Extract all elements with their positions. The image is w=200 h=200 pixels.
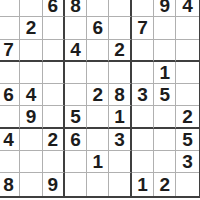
cell-r1c4: 8 xyxy=(65,0,87,17)
cell-r1c7[interactable] xyxy=(132,0,154,17)
cell-r6c6: 1 xyxy=(109,106,131,128)
cell-r7c3: 2 xyxy=(43,129,65,151)
cell-r6c3[interactable] xyxy=(43,106,65,128)
cell-r3c7[interactable] xyxy=(132,40,154,62)
cell-r4c9[interactable] xyxy=(176,62,198,84)
cell-r3c2[interactable] xyxy=(20,40,42,62)
cell-r8c5: 1 xyxy=(87,151,109,173)
cell-r1c5[interactable] xyxy=(87,0,109,17)
cell-r4c1[interactable] xyxy=(0,62,20,84)
cell-r1c2[interactable] xyxy=(20,0,42,17)
cell-r5c2: 4 xyxy=(20,84,42,106)
cell-r6c1[interactable] xyxy=(0,106,20,128)
cell-r9c8: 2 xyxy=(154,173,176,195)
cell-r1c3: 6 xyxy=(43,0,65,17)
cell-r7c7[interactable] xyxy=(132,129,154,151)
cell-r2c7: 7 xyxy=(132,17,154,39)
cell-r8c7[interactable] xyxy=(132,151,154,173)
cell-r8c8[interactable] xyxy=(154,151,176,173)
cell-r5c1: 6 xyxy=(0,84,20,106)
cell-r2c2: 2 xyxy=(20,17,42,39)
cell-r2c6[interactable] xyxy=(109,17,131,39)
cell-r3c8[interactable] xyxy=(154,40,176,62)
cell-r8c1[interactable] xyxy=(0,151,20,173)
cell-r4c7[interactable] xyxy=(132,62,154,84)
cell-r7c9: 5 xyxy=(176,129,198,151)
cell-r2c5: 6 xyxy=(87,17,109,39)
cell-r1c8: 9 xyxy=(154,0,176,17)
cell-r5c5: 2 xyxy=(87,84,109,106)
cell-r8c4[interactable] xyxy=(65,151,87,173)
cell-r1c1[interactable] xyxy=(0,0,20,17)
cell-r3c3[interactable] xyxy=(43,40,65,62)
sudoku-board: 68942677421642835951242635138912 xyxy=(0,0,200,198)
cell-r1c9: 4 xyxy=(176,0,198,17)
cell-r4c2[interactable] xyxy=(20,62,42,84)
cell-r3c6: 2 xyxy=(109,40,131,62)
cell-r5c8: 5 xyxy=(154,84,176,106)
cell-r2c1[interactable] xyxy=(0,17,20,39)
cell-r8c3[interactable] xyxy=(43,151,65,173)
cell-r4c8: 1 xyxy=(154,62,176,84)
cell-r4c3[interactable] xyxy=(43,62,65,84)
cell-r2c3[interactable] xyxy=(43,17,65,39)
cell-r3c4: 4 xyxy=(65,40,87,62)
cell-r7c8[interactable] xyxy=(154,129,176,151)
sudoku-screenshot: 68942677421642835951242635138912 xyxy=(0,0,200,200)
cell-r3c9[interactable] xyxy=(176,40,198,62)
cell-r7c2[interactable] xyxy=(20,129,42,151)
cell-r9c7: 1 xyxy=(132,173,154,195)
cell-r6c7[interactable] xyxy=(132,106,154,128)
cell-r5c9[interactable] xyxy=(176,84,198,106)
cell-r9c4[interactable] xyxy=(65,173,87,195)
cell-r5c3[interactable] xyxy=(43,84,65,106)
cell-r5c4[interactable] xyxy=(65,84,87,106)
cell-r2c8[interactable] xyxy=(154,17,176,39)
cell-r4c4[interactable] xyxy=(65,62,87,84)
cell-r8c9: 3 xyxy=(176,151,198,173)
cell-r6c4: 5 xyxy=(65,106,87,128)
cell-r8c6[interactable] xyxy=(109,151,131,173)
cell-r9c1: 8 xyxy=(0,173,20,195)
cell-r6c9: 2 xyxy=(176,106,198,128)
cell-r9c5[interactable] xyxy=(87,173,109,195)
cell-r1c6[interactable] xyxy=(109,0,131,17)
cell-r9c6[interactable] xyxy=(109,173,131,195)
cell-r6c8[interactable] xyxy=(154,106,176,128)
cell-r4c6[interactable] xyxy=(109,62,131,84)
cell-r3c1: 7 xyxy=(0,40,20,62)
cell-r4c5[interactable] xyxy=(87,62,109,84)
cell-r7c4: 6 xyxy=(65,129,87,151)
cell-r9c3: 9 xyxy=(43,173,65,195)
cell-r3c5[interactable] xyxy=(87,40,109,62)
cell-r2c4[interactable] xyxy=(65,17,87,39)
cell-r9c2[interactable] xyxy=(20,173,42,195)
cell-r5c6: 8 xyxy=(109,84,131,106)
cell-r8c2[interactable] xyxy=(20,151,42,173)
cell-r7c5[interactable] xyxy=(87,129,109,151)
cell-r9c9[interactable] xyxy=(176,173,198,195)
cell-r7c6: 3 xyxy=(109,129,131,151)
cell-r6c2: 9 xyxy=(20,106,42,128)
cell-r6c5[interactable] xyxy=(87,106,109,128)
cell-r2c9[interactable] xyxy=(176,17,198,39)
cell-r7c1: 4 xyxy=(0,129,20,151)
cell-r5c7: 3 xyxy=(132,84,154,106)
